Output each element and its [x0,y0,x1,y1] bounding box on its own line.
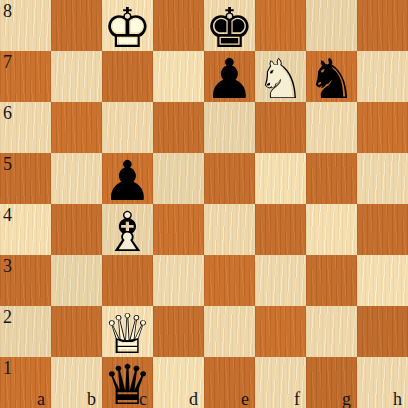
square-e4[interactable] [204,204,255,255]
square-g3[interactable] [306,255,357,306]
square-h6[interactable] [357,102,408,153]
square-b8[interactable] [51,0,102,51]
square-c2[interactable]: ♛♕ [102,306,153,357]
piece-black-knight-g7[interactable]: ♞ [306,51,357,102]
square-e7[interactable]: ♟ [204,51,255,102]
piece-white-queen-c2[interactable]: ♛♕ [102,306,153,357]
square-g4[interactable] [306,204,357,255]
piece-white-king-c8[interactable]: ♚♔ [102,0,153,51]
square-b3[interactable] [51,255,102,306]
square-e6[interactable] [204,102,255,153]
rank-label-6: 6 [3,104,12,122]
file-label-b: b [51,390,96,408]
square-b5[interactable] [51,153,102,204]
file-label-a: a [0,390,45,408]
file-label-f: f [255,390,300,408]
square-c5[interactable]: ♟ [102,153,153,204]
square-d3[interactable] [153,255,204,306]
piece-white-knight-f7[interactable]: ♞♘ [255,51,306,102]
square-d8[interactable] [153,0,204,51]
file-label-e: e [204,390,249,408]
rank-label-3: 3 [3,257,12,275]
piece-outline-glyph: ♗ [102,207,153,258]
square-c7[interactable] [102,51,153,102]
rank-label-5: 5 [3,155,12,173]
square-g7[interactable]: ♞ [306,51,357,102]
square-h4[interactable] [357,204,408,255]
square-e8[interactable]: ♚ [204,0,255,51]
square-f4[interactable] [255,204,306,255]
square-b4[interactable] [51,204,102,255]
piece-black-pawn-e7[interactable]: ♟ [204,51,255,102]
piece-outline-glyph: ♔ [102,3,153,54]
file-label-h: h [357,390,402,408]
rank-label-7: 7 [3,53,12,71]
square-c8[interactable]: ♚♔ [102,0,153,51]
file-label-d: d [153,390,198,408]
square-b2[interactable] [51,306,102,357]
square-d7[interactable] [153,51,204,102]
rank-label-8: 8 [3,2,12,20]
square-g6[interactable] [306,102,357,153]
rank-label-2: 2 [3,308,12,326]
rank-label-1: 1 [3,359,12,377]
square-g5[interactable] [306,153,357,204]
square-h7[interactable] [357,51,408,102]
rank-label-4: 4 [3,206,12,224]
square-d6[interactable] [153,102,204,153]
square-h8[interactable] [357,0,408,51]
square-g8[interactable] [306,0,357,51]
square-e2[interactable] [204,306,255,357]
square-e5[interactable] [204,153,255,204]
piece-black-pawn-c5[interactable]: ♟ [102,153,153,204]
chess-board: ♚♔♚♟♞♘♞♟♝♗♛♕♛87654321abcdefgh [0,0,408,408]
square-d4[interactable] [153,204,204,255]
square-f3[interactable] [255,255,306,306]
file-label-g: g [306,390,351,408]
square-f8[interactable] [255,0,306,51]
square-c4[interactable]: ♝♗ [102,204,153,255]
piece-solid-glyph: ♟ [204,54,255,105]
piece-solid-glyph: ♞ [306,54,357,105]
square-f5[interactable] [255,153,306,204]
square-f2[interactable] [255,306,306,357]
square-h5[interactable] [357,153,408,204]
square-b6[interactable] [51,102,102,153]
file-label-c: c [102,390,147,408]
square-h2[interactable] [357,306,408,357]
piece-white-bishop-c4[interactable]: ♝♗ [102,204,153,255]
square-f6[interactable] [255,102,306,153]
square-g2[interactable] [306,306,357,357]
square-h3[interactable] [357,255,408,306]
square-b7[interactable] [51,51,102,102]
square-c6[interactable] [102,102,153,153]
square-c3[interactable] [102,255,153,306]
square-e3[interactable] [204,255,255,306]
piece-outline-glyph: ♘ [255,54,306,105]
square-f7[interactable]: ♞♘ [255,51,306,102]
square-d2[interactable] [153,306,204,357]
piece-black-king-e8[interactable]: ♚ [204,0,255,51]
square-d5[interactable] [153,153,204,204]
